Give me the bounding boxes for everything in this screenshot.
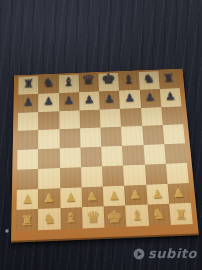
- square-a8: ♜: [18, 76, 38, 94]
- square-b3: [38, 168, 59, 189]
- piece-black-pawn-g7: ♟: [144, 91, 155, 102]
- piece-white-pawn-b2: ♟: [43, 192, 54, 204]
- piece-black-pawn-d7: ♟: [84, 94, 95, 105]
- square-h4: [164, 143, 187, 163]
- square-g2: ♟: [146, 183, 169, 204]
- square-h6: [161, 106, 183, 125]
- piece-white-pawn-c2: ♟: [65, 192, 77, 204]
- piece-black-pawn-h7: ♟: [165, 90, 177, 101]
- square-a1: ♜: [16, 209, 38, 231]
- square-e4: [101, 146, 123, 166]
- piece-white-pawn-g2: ♟: [151, 188, 163, 200]
- piece-white-bishop-c1: ♝: [64, 211, 78, 225]
- square-g6: [141, 107, 163, 126]
- square-f7: ♟: [119, 90, 140, 109]
- piece-white-knight-g1: ♞: [152, 208, 166, 222]
- square-f2: ♟: [124, 184, 147, 205]
- piece-white-rook-a1: ♜: [21, 213, 33, 226]
- square-b8: ♞: [38, 75, 58, 93]
- square-c6: [59, 110, 80, 129]
- square-h8: ♜: [158, 70, 180, 88]
- square-a2: ♟: [17, 189, 39, 210]
- square-h2: ♟: [167, 183, 190, 204]
- square-c7: ♟: [59, 92, 80, 111]
- subito-logo-icon: [133, 248, 145, 260]
- piece-black-pawn-a7: ♟: [23, 96, 34, 107]
- square-h7: ♟: [160, 88, 182, 107]
- square-a6: [18, 112, 39, 131]
- piece-black-bishop-c8: ♝: [62, 76, 74, 88]
- piece-black-rook-a8: ♜: [23, 78, 34, 89]
- square-e6: [100, 108, 121, 127]
- square-h5: [163, 124, 186, 144]
- board-tilt-wrapper: ♜♞♝♛♚♝♞♜♟♟♟♟♟♟♟♟♟♟♟♟♟♟♟♟♜♞♝♛♚♝♞♜: [3, 39, 199, 242]
- square-d2: ♟: [81, 186, 103, 207]
- piece-black-bishop-f8: ♝: [122, 74, 135, 86]
- piece-black-pawn-e7: ♟: [104, 93, 115, 104]
- square-d1: ♛: [82, 207, 105, 229]
- piece-white-pawn-f2: ♟: [130, 189, 142, 201]
- square-e7: ♟: [99, 90, 120, 109]
- piece-white-pawn-d2: ♟: [87, 191, 99, 203]
- square-d3: [81, 166, 103, 187]
- square-c8: ♝: [58, 74, 78, 92]
- piece-white-king-e1: ♚: [107, 208, 124, 225]
- square-d7: ♟: [79, 91, 100, 110]
- square-h3: [166, 163, 189, 184]
- square-a7: ♟: [18, 94, 38, 113]
- square-d4: [80, 147, 102, 167]
- square-a4: [17, 149, 38, 169]
- square-g8: ♞: [138, 71, 159, 89]
- square-a5: [17, 130, 38, 150]
- square-f4: [122, 145, 144, 165]
- square-f3: [123, 164, 146, 185]
- square-e8: ♚: [98, 73, 119, 91]
- piece-black-pawn-b7: ♟: [43, 95, 54, 106]
- square-c5: [59, 129, 80, 149]
- piece-white-pawn-e2: ♟: [108, 190, 120, 202]
- piece-white-pawn-h2: ♟: [173, 187, 185, 199]
- chess-board: ♜♞♝♛♚♝♞♜♟♟♟♟♟♟♟♟♟♟♟♟♟♟♟♟♜♞♝♛♚♝♞♜: [11, 69, 199, 243]
- square-g4: [143, 144, 166, 164]
- square-b7: ♟: [38, 93, 58, 112]
- square-e5: [100, 127, 122, 147]
- piece-white-queen-d1: ♛: [85, 209, 101, 225]
- square-e3: [102, 165, 124, 186]
- piece-black-rook-h8: ♜: [163, 72, 175, 83]
- piece-black-pawn-c7: ♟: [63, 94, 74, 105]
- square-e1: ♚: [104, 206, 127, 228]
- square-c2: ♟: [60, 187, 82, 208]
- square-d6: [79, 109, 100, 128]
- square-f5: [121, 126, 143, 146]
- square-f8: ♝: [118, 72, 139, 90]
- listing-photo: ♜♞♝♛♚♝♞♜♟♟♟♟♟♟♟♟♟♟♟♟♟♟♟♟♜♞♝♛♚♝♞♜ subito: [0, 0, 202, 270]
- subito-watermark-text: subito: [148, 246, 197, 261]
- square-f1: ♝: [125, 205, 148, 227]
- square-g3: [144, 164, 167, 185]
- square-a3: [17, 169, 39, 190]
- square-c1: ♝: [60, 207, 82, 229]
- piece-black-king-e8: ♚: [101, 72, 116, 86]
- square-b6: [38, 111, 59, 130]
- square-e2: ♟: [103, 185, 126, 206]
- piece-white-knight-b1: ♞: [43, 212, 56, 226]
- square-b4: [38, 148, 59, 168]
- piece-white-bishop-f1: ♝: [130, 209, 144, 223]
- square-d5: [80, 128, 101, 148]
- square-g5: [142, 125, 164, 145]
- square-h1: ♜: [169, 203, 193, 225]
- piece-black-knight-b8: ♞: [42, 77, 54, 89]
- square-b5: [38, 129, 59, 149]
- subito-watermark: subito: [133, 246, 197, 261]
- piece-white-pawn-a2: ♟: [22, 193, 33, 205]
- square-c3: [60, 167, 82, 188]
- square-c4: [59, 148, 80, 168]
- piece-white-rook-h1: ♜: [174, 207, 188, 220]
- square-d8: ♛: [78, 74, 99, 92]
- board-grid: ♜♞♝♛♚♝♞♜♟♟♟♟♟♟♟♟♟♟♟♟♟♟♟♟♜♞♝♛♚♝♞♜: [16, 70, 193, 231]
- square-g1: ♞: [147, 204, 171, 226]
- square-b2: ♟: [38, 188, 60, 209]
- square-f6: [120, 108, 142, 127]
- piece-black-queen-d8: ♛: [81, 73, 95, 87]
- square-g7: ♟: [139, 89, 161, 108]
- piece-black-pawn-f7: ♟: [124, 92, 135, 103]
- square-b1: ♞: [38, 208, 60, 230]
- piece-black-knight-g8: ♞: [142, 73, 155, 85]
